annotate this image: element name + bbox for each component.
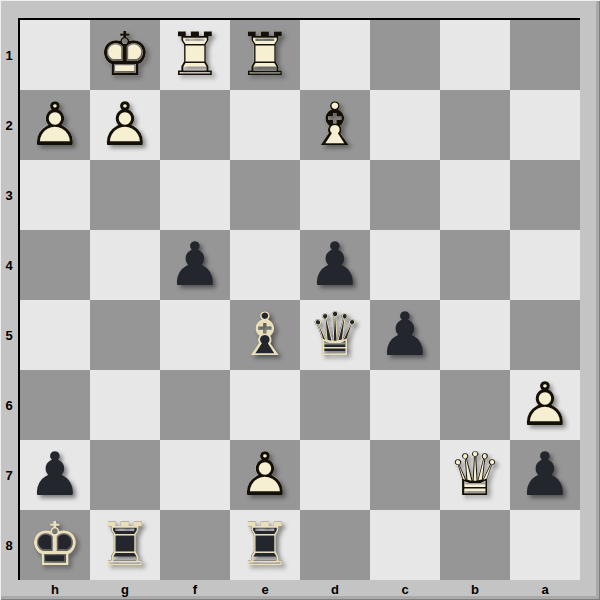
black-pawn-icon[interactable]: ♟ <box>300 230 370 300</box>
square-e8[interactable]: ♜♖ <box>230 510 300 580</box>
chess-board: ♚♔♜♖♜♖♟♙♟♙♝♗♟♟♝♗♛♕♟♟♙♟♟♙♛♕♟♚♔♜♖♜♖ <box>18 18 580 580</box>
square-f7[interactable] <box>160 440 230 510</box>
square-c8[interactable] <box>370 510 440 580</box>
piece-outline-glyph: ♙ <box>230 440 300 510</box>
rank-label-7: 7 <box>0 440 18 510</box>
square-e2[interactable] <box>230 90 300 160</box>
square-d2[interactable]: ♝♗ <box>300 90 370 160</box>
black-queen-icon[interactable]: ♛♕ <box>300 300 370 370</box>
white-pawn-icon[interactable]: ♟♙ <box>230 440 300 510</box>
square-h2[interactable]: ♟♙ <box>20 90 90 160</box>
file-label-b: b <box>440 580 510 598</box>
square-g5[interactable] <box>90 300 160 370</box>
square-h4[interactable] <box>20 230 90 300</box>
square-f1[interactable]: ♜♖ <box>160 20 230 90</box>
square-c4[interactable] <box>370 230 440 300</box>
file-label-g: g <box>90 580 160 598</box>
square-h5[interactable] <box>20 300 90 370</box>
square-b8[interactable] <box>440 510 510 580</box>
black-pawn-icon[interactable]: ♟ <box>370 300 440 370</box>
rank-label-8: 8 <box>0 510 18 580</box>
piece-outline-glyph: ♖ <box>90 510 160 580</box>
piece-fill-glyph: ♟ <box>160 230 230 300</box>
piece-outline-glyph: ♙ <box>90 90 160 160</box>
square-b1[interactable] <box>440 20 510 90</box>
black-king-icon[interactable]: ♚♔ <box>20 510 90 580</box>
white-king-icon[interactable]: ♚♔ <box>90 20 160 90</box>
rank-labels: 12345678 <box>0 20 18 580</box>
white-queen-icon[interactable]: ♛♕ <box>440 440 510 510</box>
white-rook-icon[interactable]: ♜♖ <box>230 20 300 90</box>
piece-outline-glyph: ♗ <box>300 90 370 160</box>
square-e5[interactable]: ♝♗ <box>230 300 300 370</box>
square-d6[interactable] <box>300 370 370 440</box>
square-h1[interactable] <box>20 20 90 90</box>
square-d5[interactable]: ♛♕ <box>300 300 370 370</box>
piece-fill-glyph: ♟ <box>20 440 90 510</box>
square-e4[interactable] <box>230 230 300 300</box>
square-b6[interactable] <box>440 370 510 440</box>
square-d7[interactable] <box>300 440 370 510</box>
piece-outline-glyph: ♖ <box>230 20 300 90</box>
square-a7[interactable]: ♟ <box>510 440 580 510</box>
square-a4[interactable] <box>510 230 580 300</box>
square-c6[interactable] <box>370 370 440 440</box>
piece-outline-glyph: ♕ <box>440 440 510 510</box>
square-a5[interactable] <box>510 300 580 370</box>
square-f3[interactable] <box>160 160 230 230</box>
square-a6[interactable]: ♟♙ <box>510 370 580 440</box>
square-b5[interactable] <box>440 300 510 370</box>
piece-outline-glyph: ♔ <box>90 20 160 90</box>
square-b4[interactable] <box>440 230 510 300</box>
piece-fill-glyph: ♟ <box>300 230 370 300</box>
square-b2[interactable] <box>440 90 510 160</box>
rank-label-2: 2 <box>0 90 18 160</box>
square-g4[interactable] <box>90 230 160 300</box>
white-pawn-icon[interactable]: ♟♙ <box>510 370 580 440</box>
square-f5[interactable] <box>160 300 230 370</box>
square-d1[interactable] <box>300 20 370 90</box>
square-c5[interactable]: ♟ <box>370 300 440 370</box>
black-bishop-icon[interactable]: ♝♗ <box>230 300 300 370</box>
piece-outline-glyph: ♙ <box>510 370 580 440</box>
square-g1[interactable]: ♚♔ <box>90 20 160 90</box>
diagram-frame: 12345678 ♚♔♜♖♜♖♟♙♟♙♝♗♟♟♝♗♛♕♟♟♙♟♟♙♛♕♟♚♔♜♖… <box>0 0 600 600</box>
rank-label-3: 3 <box>0 160 18 230</box>
square-e3[interactable] <box>230 160 300 230</box>
square-a2[interactable] <box>510 90 580 160</box>
square-g7[interactable] <box>90 440 160 510</box>
square-f6[interactable] <box>160 370 230 440</box>
square-e7[interactable]: ♟♙ <box>230 440 300 510</box>
square-h6[interactable] <box>20 370 90 440</box>
square-d4[interactable]: ♟ <box>300 230 370 300</box>
square-g8[interactable]: ♜♖ <box>90 510 160 580</box>
square-g2[interactable]: ♟♙ <box>90 90 160 160</box>
piece-fill-glyph: ♟ <box>510 440 580 510</box>
black-pawn-icon[interactable]: ♟ <box>160 230 230 300</box>
rank-label-5: 5 <box>0 300 18 370</box>
square-a8[interactable] <box>510 510 580 580</box>
rank-label-1: 1 <box>0 20 18 90</box>
piece-outline-glyph: ♔ <box>20 510 90 580</box>
file-labels: hgfedcba <box>20 580 580 598</box>
square-e6[interactable] <box>230 370 300 440</box>
rank-label-6: 6 <box>0 370 18 440</box>
white-rook-icon[interactable]: ♜♖ <box>160 20 230 90</box>
square-c3[interactable] <box>370 160 440 230</box>
square-a1[interactable] <box>510 20 580 90</box>
square-f8[interactable] <box>160 510 230 580</box>
square-f2[interactable] <box>160 90 230 160</box>
square-h3[interactable] <box>20 160 90 230</box>
black-pawn-icon[interactable]: ♟ <box>510 440 580 510</box>
square-e1[interactable]: ♜♖ <box>230 20 300 90</box>
piece-outline-glyph: ♖ <box>160 20 230 90</box>
square-d3[interactable] <box>300 160 370 230</box>
piece-outline-glyph: ♗ <box>230 300 300 370</box>
square-c2[interactable] <box>370 90 440 160</box>
file-label-d: d <box>300 580 370 598</box>
square-f4[interactable]: ♟ <box>160 230 230 300</box>
file-label-a: a <box>510 580 580 598</box>
black-rook-icon[interactable]: ♜♖ <box>90 510 160 580</box>
square-b3[interactable] <box>440 160 510 230</box>
square-c7[interactable] <box>370 440 440 510</box>
square-h7[interactable]: ♟ <box>20 440 90 510</box>
square-a3[interactable] <box>510 160 580 230</box>
white-bishop-icon[interactable]: ♝♗ <box>300 90 370 160</box>
file-label-e: e <box>230 580 300 598</box>
file-label-f: f <box>160 580 230 598</box>
square-h8[interactable]: ♚♔ <box>20 510 90 580</box>
square-c1[interactable] <box>370 20 440 90</box>
piece-outline-glyph: ♕ <box>300 300 370 370</box>
square-b7[interactable]: ♛♕ <box>440 440 510 510</box>
piece-outline-glyph: ♙ <box>20 90 90 160</box>
square-d8[interactable] <box>300 510 370 580</box>
piece-fill-glyph: ♟ <box>370 300 440 370</box>
square-g6[interactable] <box>90 370 160 440</box>
white-pawn-icon[interactable]: ♟♙ <box>90 90 160 160</box>
rank-label-4: 4 <box>0 230 18 300</box>
file-label-h: h <box>20 580 90 598</box>
file-label-c: c <box>370 580 440 598</box>
black-rook-icon[interactable]: ♜♖ <box>230 510 300 580</box>
square-g3[interactable] <box>90 160 160 230</box>
white-pawn-icon[interactable]: ♟♙ <box>20 90 90 160</box>
piece-outline-glyph: ♖ <box>230 510 300 580</box>
black-pawn-icon[interactable]: ♟ <box>20 440 90 510</box>
